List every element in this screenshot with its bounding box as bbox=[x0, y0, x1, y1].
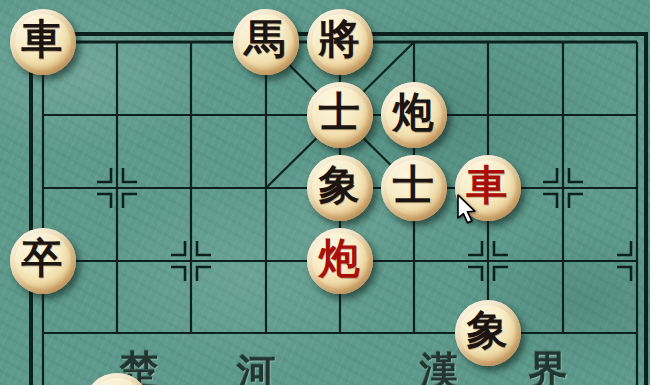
piece-glyph: 象 bbox=[467, 310, 508, 351]
river-label-2: 河 bbox=[237, 353, 276, 385]
piece-black-chariot[interactable]: 車 bbox=[10, 9, 76, 75]
piece-glyph: 象 bbox=[319, 165, 360, 206]
xiangqi-board: 楚河漢界 車馬將士炮象士車卒炮象 bbox=[0, 0, 650, 385]
piece-black-elephant[interactable]: 象 bbox=[455, 300, 521, 366]
piece-black-soldier[interactable]: 卒 bbox=[10, 228, 76, 294]
piece-glyph: 馬 bbox=[245, 19, 286, 60]
piece-black-cannon[interactable]: 炮 bbox=[381, 82, 447, 148]
piece-red-cannon[interactable]: 炮 bbox=[307, 228, 373, 294]
piece-black-advisor[interactable]: 士 bbox=[381, 155, 447, 221]
river-label-3: 漢 bbox=[420, 351, 459, 385]
piece-black-elephant[interactable]: 象 bbox=[307, 155, 373, 221]
piece-glyph: 將 bbox=[319, 19, 360, 60]
piece-glyph: 炮 bbox=[393, 92, 434, 133]
piece-glyph: 卒 bbox=[22, 238, 63, 279]
piece-black-advisor[interactable]: 士 bbox=[307, 82, 373, 148]
piece-black-horse[interactable]: 馬 bbox=[233, 9, 299, 75]
piece-glyph: 炮 bbox=[319, 238, 360, 279]
piece-glyph: 士 bbox=[319, 92, 360, 133]
piece-glyph: 車 bbox=[22, 19, 63, 60]
piece-black-general[interactable]: 將 bbox=[307, 9, 373, 75]
mouse-cursor bbox=[457, 194, 479, 226]
river-label-4: 界 bbox=[529, 350, 568, 385]
piece-glyph: 士 bbox=[393, 165, 434, 206]
